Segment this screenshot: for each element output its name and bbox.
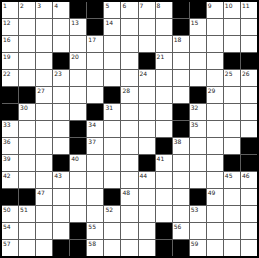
cell-r12c4[interactable] <box>53 189 69 205</box>
cell-r12c13[interactable]: 49 <box>207 189 223 205</box>
cell-r11c15[interactable]: 46 <box>241 172 257 188</box>
cell-r3c12[interactable] <box>190 36 206 52</box>
black-cell-r2c6 <box>87 19 103 35</box>
cell-r1c9[interactable]: 7 <box>139 2 155 18</box>
clue-number: 13 <box>71 19 79 27</box>
cell-r6c13[interactable]: 29 <box>207 87 223 103</box>
cell-r2c9[interactable] <box>139 19 155 35</box>
cell-r14c6[interactable]: 55 <box>87 223 103 239</box>
cell-r8c15[interactable] <box>241 121 257 137</box>
cell-r8c13[interactable] <box>207 121 223 137</box>
cell-r10c3[interactable] <box>36 155 52 171</box>
cell-r6c11[interactable] <box>173 87 189 103</box>
clue-number: 48 <box>122 189 130 197</box>
cell-r14c15[interactable] <box>241 223 257 239</box>
cell-r11c14[interactable]: 45 <box>224 172 240 188</box>
black-cell-r1c6 <box>87 2 103 18</box>
clue-number: 33 <box>3 121 11 129</box>
cell-r7c4[interactable] <box>53 104 69 120</box>
cell-r14c3[interactable] <box>36 223 52 239</box>
cell-r1c7[interactable]: 5 <box>104 2 120 18</box>
cell-r1c3[interactable]: 3 <box>36 2 52 18</box>
clue-number: 24 <box>140 70 148 78</box>
cell-r2c2[interactable] <box>19 19 35 35</box>
cell-r2c13[interactable] <box>207 19 223 35</box>
black-cell-r9c10 <box>156 138 172 154</box>
cell-r8c4[interactable] <box>53 121 69 137</box>
cell-r10c7[interactable] <box>104 155 120 171</box>
cell-r9c4[interactable] <box>53 138 69 154</box>
black-cell-r15c10 <box>156 240 172 256</box>
cell-r3c7[interactable] <box>104 36 120 52</box>
cell-r10c2[interactable] <box>19 155 35 171</box>
cell-r13c5[interactable] <box>70 206 86 222</box>
cell-r7c13[interactable] <box>207 104 223 120</box>
cell-r12c6[interactable] <box>87 189 103 205</box>
cell-r9c8[interactable] <box>121 138 137 154</box>
black-cell-r4c4 <box>53 53 69 69</box>
cell-r2c7[interactable]: 14 <box>104 19 120 35</box>
clue-number: 14 <box>105 19 113 27</box>
cell-r4c11[interactable] <box>173 53 189 69</box>
clue-number: 20 <box>71 53 79 61</box>
clue-number: 26 <box>242 70 250 78</box>
cell-r4c7[interactable] <box>104 53 120 69</box>
cell-r10c11[interactable] <box>173 155 189 171</box>
clue-number: 59 <box>191 240 199 248</box>
cell-r3c8[interactable] <box>121 36 137 52</box>
cell-r14c13[interactable] <box>207 223 223 239</box>
black-cell-r7c1 <box>2 104 18 120</box>
clue-number: 8 <box>157 2 161 10</box>
cell-r11c10[interactable] <box>156 172 172 188</box>
cell-r11c5[interactable] <box>70 172 86 188</box>
cell-r11c13[interactable] <box>207 172 223 188</box>
clue-number: 42 <box>3 172 11 180</box>
cell-r4c12[interactable] <box>190 53 206 69</box>
cell-r1c10[interactable]: 8 <box>156 2 172 18</box>
black-cell-r12c7 <box>104 189 120 205</box>
cell-r3c4[interactable] <box>53 36 69 52</box>
cell-r13c15[interactable] <box>241 206 257 222</box>
black-cell-r8c5 <box>70 121 86 137</box>
cell-r13c10[interactable] <box>156 206 172 222</box>
clue-number: 55 <box>88 223 96 231</box>
cell-r12c11[interactable] <box>173 189 189 205</box>
clue-number: 40 <box>71 155 79 163</box>
clue-number: 39 <box>3 155 11 163</box>
black-cell-r4c14 <box>224 53 240 69</box>
clue-number: 23 <box>54 70 62 78</box>
cell-r3c6[interactable]: 17 <box>87 36 103 52</box>
clue-number: 9 <box>208 2 212 10</box>
clue-number: 36 <box>3 138 11 146</box>
cell-r11c7[interactable] <box>104 172 120 188</box>
black-cell-r12c2 <box>19 189 35 205</box>
cell-r15c3[interactable] <box>36 240 52 256</box>
cell-r15c9[interactable] <box>139 240 155 256</box>
cell-r2c1[interactable]: 12 <box>2 19 18 35</box>
black-cell-r12c12 <box>190 189 206 205</box>
cell-r2c12[interactable]: 15 <box>190 19 206 35</box>
clue-number: 5 <box>105 2 109 10</box>
cell-r13c3[interactable] <box>36 206 52 222</box>
clue-number: 6 <box>122 2 126 10</box>
crossword-puzzle: 1234567891011121314151617181920212223242… <box>0 0 259 258</box>
cell-r11c6[interactable] <box>87 172 103 188</box>
clue-number: 25 <box>225 70 233 78</box>
cell-r8c8[interactable] <box>121 121 137 137</box>
cell-r3c2[interactable] <box>19 36 35 52</box>
black-cell-r15c11 <box>173 240 189 256</box>
cell-r13c12[interactable]: 53 <box>190 206 206 222</box>
cell-r7c10[interactable] <box>156 104 172 120</box>
black-cell-r1c11 <box>173 2 189 18</box>
cell-r15c12[interactable]: 59 <box>190 240 206 256</box>
cell-r1c4[interactable]: 4 <box>53 2 69 18</box>
cell-r5c2[interactable] <box>19 70 35 86</box>
black-cell-r4c9 <box>139 53 155 69</box>
cell-r15c6[interactable]: 58 <box>87 240 103 256</box>
black-cell-r2c11 <box>173 19 189 35</box>
cell-r5c10[interactable] <box>156 70 172 86</box>
cell-r5c9[interactable]: 24 <box>139 70 155 86</box>
cell-r3c15[interactable] <box>241 36 257 52</box>
clue-number: 58 <box>88 240 96 248</box>
black-cell-r7c11 <box>173 104 189 120</box>
crossword-grid: 1234567891011121314151617181920212223242… <box>0 0 259 258</box>
cell-r6c5[interactable] <box>70 87 86 103</box>
cell-r15c2[interactable] <box>19 240 35 256</box>
black-cell-r10c4 <box>53 155 69 171</box>
cell-r7c7[interactable]: 31 <box>104 104 120 120</box>
cell-r9c2[interactable] <box>19 138 35 154</box>
cell-r10c8[interactable] <box>121 155 137 171</box>
cell-r6c15[interactable] <box>241 87 257 103</box>
clue-number: 49 <box>208 189 216 197</box>
clue-number: 44 <box>140 172 148 180</box>
cell-r2c8[interactable] <box>121 19 137 35</box>
cell-r3c3[interactable] <box>36 36 52 52</box>
clue-number: 51 <box>20 206 28 214</box>
black-cell-r6c1 <box>2 87 18 103</box>
cell-r14c8[interactable] <box>121 223 137 239</box>
cell-r12c14[interactable] <box>224 189 240 205</box>
cell-r2c10[interactable] <box>156 19 172 35</box>
cell-r4c6[interactable] <box>87 53 103 69</box>
cell-r15c7[interactable] <box>104 240 120 256</box>
clue-number: 41 <box>157 155 165 163</box>
black-cell-r10c14 <box>224 155 240 171</box>
cell-r8c10[interactable] <box>156 121 172 137</box>
cell-r13c2[interactable]: 51 <box>19 206 35 222</box>
black-cell-r4c15 <box>241 53 257 69</box>
black-cell-r15c4 <box>53 240 69 256</box>
cell-r1c1[interactable]: 1 <box>2 2 18 18</box>
clue-number: 52 <box>105 206 113 214</box>
cell-r10c13[interactable] <box>207 155 223 171</box>
cell-r9c13[interactable] <box>207 138 223 154</box>
cell-r9c12[interactable] <box>190 138 206 154</box>
clue-number: 45 <box>225 172 233 180</box>
clue-number: 29 <box>208 87 216 95</box>
clue-number: 47 <box>37 189 45 197</box>
black-cell-r9c5 <box>70 138 86 154</box>
cell-r9c9[interactable] <box>139 138 155 154</box>
cell-r9c6[interactable]: 37 <box>87 138 103 154</box>
cell-r7c12[interactable]: 32 <box>190 104 206 120</box>
cell-r8c12[interactable]: 35 <box>190 121 206 137</box>
black-cell-r1c5 <box>70 2 86 18</box>
clue-number: 12 <box>3 19 11 27</box>
cell-r1c14[interactable]: 10 <box>224 2 240 18</box>
cell-r6c10[interactable] <box>156 87 172 103</box>
clue-number: 11 <box>242 2 250 10</box>
cell-r3c1[interactable]: 16 <box>2 36 18 52</box>
black-cell-r9c15 <box>241 138 257 154</box>
cell-r11c4[interactable]: 43 <box>53 172 69 188</box>
cell-r7c8[interactable] <box>121 104 137 120</box>
cell-r8c14[interactable] <box>224 121 240 137</box>
clue-number: 18 <box>174 36 182 44</box>
cell-r14c14[interactable] <box>224 223 240 239</box>
cell-r3c14[interactable] <box>224 36 240 52</box>
black-cell-r14c5 <box>70 223 86 239</box>
clue-number: 19 <box>3 53 11 61</box>
cell-r12c10[interactable] <box>156 189 172 205</box>
cell-r7c9[interactable] <box>139 104 155 120</box>
cell-r4c13[interactable] <box>207 53 223 69</box>
cell-r9c1[interactable]: 36 <box>2 138 18 154</box>
clue-number: 35 <box>191 121 199 129</box>
cell-r13c4[interactable] <box>53 206 69 222</box>
cell-r13c9[interactable] <box>139 206 155 222</box>
cell-r12c8[interactable]: 48 <box>121 189 137 205</box>
clue-number: 32 <box>191 104 199 112</box>
cell-r12c9[interactable] <box>139 189 155 205</box>
black-cell-r8c11 <box>173 121 189 137</box>
cell-r14c2[interactable] <box>19 223 35 239</box>
black-cell-r6c12 <box>190 87 206 103</box>
clue-number: 37 <box>88 138 96 146</box>
cell-r10c6[interactable] <box>87 155 103 171</box>
cell-r15c13[interactable] <box>207 240 223 256</box>
cell-r7c14[interactable] <box>224 104 240 120</box>
clue-number: 27 <box>37 87 45 95</box>
cell-r13c7[interactable]: 52 <box>104 206 120 222</box>
clue-number: 16 <box>3 36 11 44</box>
cell-r13c14[interactable] <box>224 206 240 222</box>
cell-r7c15[interactable] <box>241 104 257 120</box>
cell-r15c15[interactable] <box>241 240 257 256</box>
black-cell-r7c6 <box>87 104 103 120</box>
clue-number: 22 <box>3 70 11 78</box>
cell-r14c7[interactable] <box>104 223 120 239</box>
cell-r4c3[interactable] <box>36 53 52 69</box>
cell-r13c8[interactable] <box>121 206 137 222</box>
cell-r2c15[interactable] <box>241 19 257 35</box>
cell-r1c8[interactable]: 6 <box>121 2 137 18</box>
cell-r5c8[interactable] <box>121 70 137 86</box>
cell-r14c11[interactable]: 56 <box>173 223 189 239</box>
cell-r5c12[interactable] <box>190 70 206 86</box>
cell-r7c2[interactable]: 30 <box>19 104 35 120</box>
cell-r1c2[interactable]: 2 <box>19 2 35 18</box>
cell-r12c5[interactable] <box>70 189 86 205</box>
clue-number: 28 <box>122 87 130 95</box>
clue-number: 3 <box>37 2 41 10</box>
black-cell-r12c1 <box>2 189 18 205</box>
cell-r8c7[interactable] <box>104 121 120 137</box>
cell-r10c10[interactable]: 41 <box>156 155 172 171</box>
black-cell-r6c7 <box>104 87 120 103</box>
cell-r5c15[interactable]: 26 <box>241 70 257 86</box>
cell-r11c3[interactable] <box>36 172 52 188</box>
clue-number: 38 <box>174 138 182 146</box>
cell-r9c14[interactable] <box>224 138 240 154</box>
cell-r15c14[interactable] <box>224 240 240 256</box>
cell-r14c9[interactable] <box>139 223 155 239</box>
cell-r7c5[interactable] <box>70 104 86 120</box>
black-cell-r15c5 <box>70 240 86 256</box>
cell-r6c4[interactable] <box>53 87 69 103</box>
black-cell-r10c15 <box>241 155 257 171</box>
cell-r10c5[interactable]: 40 <box>70 155 86 171</box>
cell-r3c11[interactable]: 18 <box>173 36 189 52</box>
clue-number: 30 <box>20 104 28 112</box>
clue-number: 43 <box>54 172 62 180</box>
cell-r5c5[interactable] <box>70 70 86 86</box>
cell-r13c11[interactable] <box>173 206 189 222</box>
cell-r3c10[interactable] <box>156 36 172 52</box>
cell-r13c1[interactable]: 50 <box>2 206 18 222</box>
clue-number: 57 <box>3 240 11 248</box>
clue-number: 31 <box>105 104 113 112</box>
clue-number: 2 <box>20 2 24 10</box>
clue-number: 46 <box>242 172 250 180</box>
cell-r10c1[interactable]: 39 <box>2 155 18 171</box>
cell-r6c6[interactable] <box>87 87 103 103</box>
clue-number: 53 <box>191 206 199 214</box>
clue-number: 50 <box>3 206 11 214</box>
clue-number: 54 <box>3 223 11 231</box>
cell-r15c1[interactable]: 57 <box>2 240 18 256</box>
cell-r6c3[interactable]: 27 <box>36 87 52 103</box>
cell-r14c4[interactable] <box>53 223 69 239</box>
cell-r5c4[interactable]: 23 <box>53 70 69 86</box>
cell-r10c12[interactable] <box>190 155 206 171</box>
cell-r12c15[interactable] <box>241 189 257 205</box>
cell-r13c6[interactable] <box>87 206 103 222</box>
cell-r11c2[interactable] <box>19 172 35 188</box>
cell-r12c3[interactable]: 47 <box>36 189 52 205</box>
cell-r11c9[interactable]: 44 <box>139 172 155 188</box>
cell-r11c1[interactable]: 42 <box>2 172 18 188</box>
cell-r2c14[interactable] <box>224 19 240 35</box>
cell-r8c6[interactable]: 34 <box>87 121 103 137</box>
cell-r4c5[interactable]: 20 <box>70 53 86 69</box>
clue-number: 1 <box>3 2 7 10</box>
cell-r4c2[interactable] <box>19 53 35 69</box>
cell-r2c3[interactable] <box>36 19 52 35</box>
cell-r9c11[interactable]: 38 <box>173 138 189 154</box>
cell-r1c13[interactable]: 9 <box>207 2 223 18</box>
clue-number: 7 <box>140 2 144 10</box>
cell-r8c1[interactable]: 33 <box>2 121 18 137</box>
cell-r8c2[interactable] <box>19 121 35 137</box>
cell-r5c1[interactable]: 22 <box>2 70 18 86</box>
cell-r11c8[interactable] <box>121 172 137 188</box>
cell-r6c14[interactable] <box>224 87 240 103</box>
cell-r14c12[interactable] <box>190 223 206 239</box>
clue-number: 56 <box>174 223 182 231</box>
black-cell-r6c2 <box>19 87 35 103</box>
cell-r5c14[interactable]: 25 <box>224 70 240 86</box>
clue-number: 15 <box>191 19 199 27</box>
cell-r15c8[interactable] <box>121 240 137 256</box>
cell-r9c3[interactable] <box>36 138 52 154</box>
cell-r13c13[interactable] <box>207 206 223 222</box>
cell-r4c10[interactable]: 21 <box>156 53 172 69</box>
cell-r9c7[interactable] <box>104 138 120 154</box>
cell-r6c8[interactable]: 28 <box>121 87 137 103</box>
cell-r3c9[interactable] <box>139 36 155 52</box>
cell-r8c9[interactable] <box>139 121 155 137</box>
cell-r2c5[interactable]: 13 <box>70 19 86 35</box>
cell-r1c15[interactable]: 11 <box>241 2 257 18</box>
cell-r14c1[interactable]: 54 <box>2 223 18 239</box>
cell-r5c11[interactable] <box>173 70 189 86</box>
cell-r6c9[interactable] <box>139 87 155 103</box>
cell-r4c1[interactable]: 19 <box>2 53 18 69</box>
clue-number: 17 <box>88 36 96 44</box>
cell-r5c13[interactable] <box>207 70 223 86</box>
cell-r4c8[interactable] <box>121 53 137 69</box>
clue-number: 10 <box>225 2 233 10</box>
cell-r3c5[interactable] <box>70 36 86 52</box>
cell-r5c7[interactable] <box>104 70 120 86</box>
cell-r11c11[interactable] <box>173 172 189 188</box>
black-cell-r1c12 <box>190 2 206 18</box>
cell-r3c13[interactable] <box>207 36 223 52</box>
black-cell-r14c10 <box>156 223 172 239</box>
black-cell-r10c9 <box>139 155 155 171</box>
cell-r5c3[interactable] <box>36 70 52 86</box>
cell-r7c3[interactable] <box>36 104 52 120</box>
cell-r11c12[interactable] <box>190 172 206 188</box>
cell-r8c3[interactable] <box>36 121 52 137</box>
clue-number: 34 <box>88 121 96 129</box>
clue-number: 21 <box>157 53 165 61</box>
cell-r5c6[interactable] <box>87 70 103 86</box>
clue-number: 4 <box>54 2 58 10</box>
cell-r2c4[interactable] <box>53 19 69 35</box>
